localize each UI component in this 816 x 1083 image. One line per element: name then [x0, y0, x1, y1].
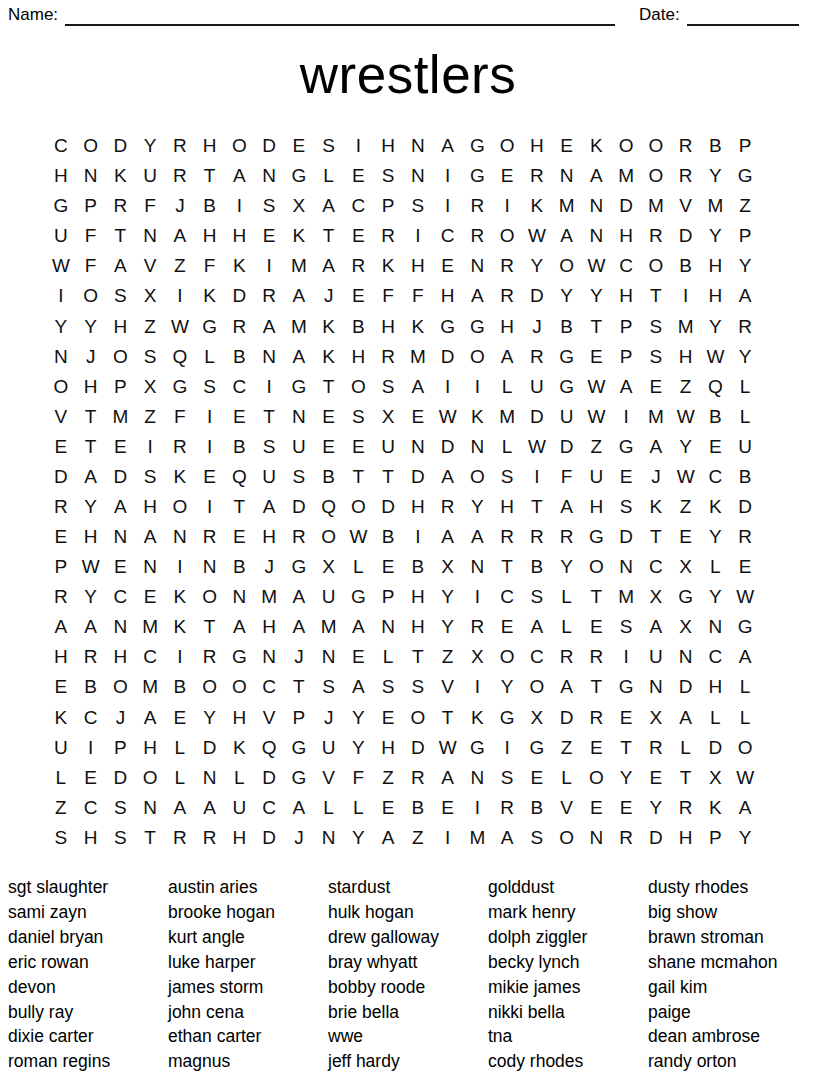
grid-cell[interactable]: Y — [701, 522, 731, 552]
grid-cell[interactable]: A — [433, 763, 463, 793]
grid-cell[interactable]: N — [135, 793, 165, 823]
grid-cell[interactable]: D — [373, 492, 403, 522]
grid-cell[interactable]: D — [106, 763, 136, 793]
grid-cell[interactable]: O — [344, 492, 374, 522]
grid-cell[interactable]: G — [611, 672, 641, 702]
grid-cell[interactable]: R — [671, 161, 701, 191]
grid-cell[interactable]: U — [135, 161, 165, 191]
grid-cell[interactable]: M — [641, 402, 671, 432]
grid-cell[interactable]: F — [552, 462, 582, 492]
grid-cell[interactable]: L — [730, 672, 760, 702]
grid-cell[interactable]: P — [701, 823, 731, 853]
grid-cell[interactable]: I — [46, 281, 76, 311]
grid-cell[interactable]: H — [373, 311, 403, 341]
grid-cell[interactable]: H — [135, 492, 165, 522]
grid-cell[interactable]: W — [433, 402, 463, 432]
grid-cell[interactable]: S — [373, 372, 403, 402]
grid-cell[interactable]: J — [284, 642, 314, 672]
grid-cell[interactable]: Z — [582, 432, 612, 462]
grid-cell[interactable]: G — [284, 763, 314, 793]
grid-cell[interactable]: Y — [76, 492, 106, 522]
grid-cell[interactable]: A — [492, 823, 522, 853]
grid-cell[interactable]: H — [106, 642, 136, 672]
grid-cell[interactable]: Y — [344, 733, 374, 763]
grid-cell[interactable]: L — [492, 372, 522, 402]
grid-cell[interactable]: L — [46, 763, 76, 793]
grid-cell[interactable]: D — [254, 823, 284, 853]
grid-cell[interactable]: L — [730, 402, 760, 432]
grid-cell[interactable]: J — [254, 552, 284, 582]
grid-cell[interactable]: A — [641, 612, 671, 642]
grid-cell[interactable]: R — [463, 191, 493, 221]
grid-cell[interactable]: G — [433, 311, 463, 341]
grid-cell[interactable]: M — [135, 672, 165, 702]
grid-cell[interactable]: W — [671, 402, 701, 432]
grid-cell[interactable]: R — [344, 251, 374, 281]
grid-cell[interactable]: C — [344, 191, 374, 221]
grid-cell[interactable]: Q — [165, 342, 195, 372]
grid-cell[interactable]: T — [641, 522, 671, 552]
grid-cell[interactable]: H — [76, 372, 106, 402]
grid-cell[interactable]: L — [730, 372, 760, 402]
grid-cell[interactable]: W — [522, 221, 552, 251]
grid-cell[interactable]: T — [254, 402, 284, 432]
grid-cell[interactable]: W — [522, 432, 552, 462]
grid-cell[interactable]: J — [314, 702, 344, 732]
grid-cell[interactable]: E — [314, 432, 344, 462]
grid-cell[interactable]: Y — [76, 582, 106, 612]
grid-cell[interactable]: C — [76, 702, 106, 732]
grid-cell[interactable]: O — [225, 131, 255, 161]
grid-cell[interactable]: A — [76, 462, 106, 492]
grid-cell[interactable]: P — [730, 221, 760, 251]
grid-cell[interactable]: N — [314, 823, 344, 853]
grid-cell[interactable]: H — [373, 131, 403, 161]
grid-cell[interactable]: A — [522, 612, 552, 642]
grid-cell[interactable]: L — [552, 612, 582, 642]
grid-cell[interactable]: B — [730, 462, 760, 492]
grid-cell[interactable]: I — [492, 191, 522, 221]
grid-cell[interactable]: D — [701, 733, 731, 763]
grid-cell[interactable]: I — [433, 823, 463, 853]
grid-cell[interactable]: G — [582, 522, 612, 552]
grid-cell[interactable]: D — [671, 672, 701, 702]
grid-cell[interactable]: H — [611, 221, 641, 251]
grid-cell[interactable]: K — [373, 251, 403, 281]
grid-cell[interactable]: E — [344, 432, 374, 462]
grid-cell[interactable]: H — [344, 342, 374, 372]
grid-cell[interactable]: D — [225, 281, 255, 311]
grid-cell[interactable]: S — [492, 763, 522, 793]
grid-cell[interactable]: T — [373, 462, 403, 492]
grid-cell[interactable]: O — [611, 131, 641, 161]
grid-cell[interactable]: N — [106, 612, 136, 642]
grid-cell[interactable]: X — [433, 552, 463, 582]
grid-cell[interactable]: I — [195, 492, 225, 522]
grid-cell[interactable]: O — [522, 672, 552, 702]
grid-cell[interactable]: P — [284, 702, 314, 732]
grid-cell[interactable]: A — [135, 702, 165, 732]
grid-cell[interactable]: H — [403, 582, 433, 612]
grid-cell[interactable]: H — [225, 221, 255, 251]
grid-cell[interactable]: K — [582, 131, 612, 161]
grid-cell[interactable]: H — [701, 281, 731, 311]
grid-cell[interactable]: K — [165, 462, 195, 492]
grid-cell[interactable]: I — [463, 582, 493, 612]
grid-cell[interactable]: U — [552, 402, 582, 432]
grid-cell[interactable]: D — [403, 462, 433, 492]
grid-cell[interactable]: N — [165, 522, 195, 552]
grid-cell[interactable]: Z — [165, 251, 195, 281]
grid-cell[interactable]: S — [344, 402, 374, 432]
grid-cell[interactable]: I — [492, 733, 522, 763]
grid-cell[interactable]: E — [106, 552, 136, 582]
grid-cell[interactable]: A — [463, 281, 493, 311]
grid-cell[interactable]: E — [373, 702, 403, 732]
grid-cell[interactable]: O — [106, 342, 136, 372]
grid-cell[interactable]: S — [46, 823, 76, 853]
grid-cell[interactable]: U — [522, 372, 552, 402]
grid-cell[interactable]: Y — [701, 221, 731, 251]
grid-cell[interactable]: G — [463, 161, 493, 191]
grid-cell[interactable]: A — [284, 342, 314, 372]
grid-cell[interactable]: F — [76, 221, 106, 251]
grid-cell[interactable]: K — [225, 251, 255, 281]
grid-cell[interactable]: A — [552, 672, 582, 702]
grid-cell[interactable]: H — [433, 281, 463, 311]
grid-cell[interactable]: V — [433, 672, 463, 702]
grid-cell[interactable]: R — [730, 311, 760, 341]
grid-cell[interactable]: I — [522, 462, 552, 492]
grid-cell[interactable]: X — [373, 402, 403, 432]
grid-cell[interactable]: X — [314, 552, 344, 582]
grid-cell[interactable]: G — [522, 733, 552, 763]
grid-cell[interactable]: G — [671, 582, 701, 612]
grid-cell[interactable]: A — [582, 161, 612, 191]
grid-cell[interactable]: V — [314, 763, 344, 793]
grid-cell[interactable]: Y — [46, 311, 76, 341]
grid-cell[interactable]: E — [344, 642, 374, 672]
grid-cell[interactable]: Y — [730, 823, 760, 853]
grid-cell[interactable]: Y — [611, 763, 641, 793]
grid-cell[interactable]: E — [671, 522, 701, 552]
grid-cell[interactable]: N — [284, 402, 314, 432]
grid-cell[interactable]: E — [611, 793, 641, 823]
grid-cell[interactable]: L — [314, 161, 344, 191]
grid-cell[interactable]: O — [492, 131, 522, 161]
grid-cell[interactable]: N — [641, 672, 671, 702]
grid-cell[interactable]: N — [314, 642, 344, 672]
grid-cell[interactable]: A — [641, 432, 671, 462]
grid-cell[interactable]: L — [701, 702, 731, 732]
grid-cell[interactable]: S — [611, 612, 641, 642]
grid-cell[interactable]: I — [611, 402, 641, 432]
grid-cell[interactable]: O — [314, 522, 344, 552]
grid-cell[interactable]: N — [195, 763, 225, 793]
grid-cell[interactable]: G — [552, 372, 582, 402]
grid-cell[interactable]: E — [373, 793, 403, 823]
grid-cell[interactable]: R — [582, 702, 612, 732]
grid-cell[interactable]: V — [254, 702, 284, 732]
grid-cell[interactable]: G — [225, 642, 255, 672]
grid-cell[interactable]: P — [106, 733, 136, 763]
grid-cell[interactable]: N — [76, 161, 106, 191]
grid-cell[interactable]: B — [403, 793, 433, 823]
grid-cell[interactable]: P — [611, 342, 641, 372]
grid-cell[interactable]: B — [225, 432, 255, 462]
grid-cell[interactable]: Y — [433, 582, 463, 612]
grid-cell[interactable]: A — [314, 191, 344, 221]
grid-cell[interactable]: T — [492, 552, 522, 582]
grid-cell[interactable]: V — [135, 251, 165, 281]
grid-cell[interactable]: A — [373, 823, 403, 853]
grid-cell[interactable]: C — [225, 372, 255, 402]
grid-cell[interactable]: K — [165, 612, 195, 642]
grid-cell[interactable]: O — [463, 462, 493, 492]
grid-cell[interactable]: H — [254, 522, 284, 552]
grid-cell[interactable]: Z — [552, 733, 582, 763]
grid-cell[interactable]: M — [492, 402, 522, 432]
grid-cell[interactable]: E — [46, 672, 76, 702]
grid-cell[interactable]: D — [195, 733, 225, 763]
grid-cell[interactable]: B — [314, 462, 344, 492]
grid-cell[interactable]: I — [671, 281, 701, 311]
grid-cell[interactable]: L — [373, 642, 403, 672]
grid-cell[interactable]: N — [463, 552, 493, 582]
grid-cell[interactable]: E — [582, 733, 612, 763]
grid-cell[interactable]: N — [225, 582, 255, 612]
grid-cell[interactable]: E — [314, 402, 344, 432]
grid-cell[interactable]: M — [611, 582, 641, 612]
grid-cell[interactable]: K — [195, 281, 225, 311]
grid-cell[interactable]: Y — [701, 582, 731, 612]
grid-cell[interactable]: R — [165, 432, 195, 462]
grid-cell[interactable]: N — [106, 522, 136, 552]
grid-cell[interactable]: R — [225, 311, 255, 341]
grid-cell[interactable]: A — [225, 161, 255, 191]
grid-cell[interactable]: R — [582, 642, 612, 672]
grid-cell[interactable]: F — [195, 251, 225, 281]
grid-cell[interactable]: H — [195, 221, 225, 251]
grid-cell[interactable]: G — [284, 161, 314, 191]
grid-cell[interactable]: H — [76, 522, 106, 552]
grid-cell[interactable]: O — [463, 342, 493, 372]
grid-cell[interactable]: I — [195, 402, 225, 432]
grid-cell[interactable]: D — [254, 763, 284, 793]
grid-cell[interactable]: K — [463, 402, 493, 432]
grid-cell[interactable]: R — [165, 161, 195, 191]
grid-cell[interactable]: B — [344, 311, 374, 341]
grid-cell[interactable]: X — [463, 642, 493, 672]
grid-cell[interactable]: A — [135, 522, 165, 552]
grid-cell[interactable]: B — [701, 131, 731, 161]
grid-cell[interactable]: C — [106, 582, 136, 612]
grid-cell[interactable]: N — [463, 763, 493, 793]
grid-cell[interactable]: P — [730, 131, 760, 161]
grid-cell[interactable]: O — [552, 823, 582, 853]
grid-cell[interactable]: E — [284, 131, 314, 161]
grid-cell[interactable]: Y — [730, 342, 760, 372]
grid-cell[interactable]: A — [225, 612, 255, 642]
grid-cell[interactable]: S — [373, 161, 403, 191]
grid-cell[interactable]: Z — [671, 372, 701, 402]
grid-cell[interactable]: P — [611, 311, 641, 341]
grid-cell[interactable]: H — [671, 342, 701, 372]
grid-cell[interactable]: T — [403, 642, 433, 672]
grid-cell[interactable]: X — [135, 372, 165, 402]
grid-cell[interactable]: H — [403, 251, 433, 281]
grid-cell[interactable]: O — [492, 221, 522, 251]
grid-cell[interactable]: H — [492, 311, 522, 341]
grid-cell[interactable]: Y — [671, 432, 701, 462]
grid-cell[interactable]: Y — [195, 702, 225, 732]
grid-cell[interactable]: H — [403, 612, 433, 642]
grid-cell[interactable]: R — [46, 582, 76, 612]
grid-cell[interactable]: A — [730, 281, 760, 311]
grid-cell[interactable]: S — [106, 281, 136, 311]
grid-cell[interactable]: F — [403, 281, 433, 311]
grid-cell[interactable]: E — [165, 702, 195, 732]
grid-cell[interactable]: Z — [135, 311, 165, 341]
grid-cell[interactable]: Z — [46, 793, 76, 823]
grid-cell[interactable]: H — [254, 612, 284, 642]
grid-cell[interactable]: L — [671, 733, 701, 763]
grid-cell[interactable]: I — [254, 251, 284, 281]
grid-cell[interactable]: L — [314, 793, 344, 823]
grid-cell[interactable]: A — [433, 462, 463, 492]
grid-cell[interactable]: R — [76, 642, 106, 672]
grid-cell[interactable]: Y — [701, 311, 731, 341]
grid-cell[interactable]: X — [641, 582, 671, 612]
grid-cell[interactable]: C — [701, 642, 731, 672]
grid-cell[interactable]: A — [433, 522, 463, 552]
grid-cell[interactable]: O — [195, 582, 225, 612]
grid-cell[interactable]: G — [463, 733, 493, 763]
grid-cell[interactable]: E — [76, 763, 106, 793]
grid-cell[interactable]: B — [165, 672, 195, 702]
grid-cell[interactable]: L — [344, 552, 374, 582]
grid-cell[interactable]: C — [46, 131, 76, 161]
grid-cell[interactable]: E — [225, 402, 255, 432]
grid-cell[interactable]: U — [314, 582, 344, 612]
grid-cell[interactable]: E — [641, 763, 671, 793]
grid-cell[interactable]: U — [730, 432, 760, 462]
grid-cell[interactable]: T — [106, 221, 136, 251]
grid-cell[interactable]: A — [165, 793, 195, 823]
grid-cell[interactable]: S — [254, 432, 284, 462]
grid-cell[interactable]: M — [284, 311, 314, 341]
grid-cell[interactable]: R — [522, 161, 552, 191]
grid-cell[interactable]: R — [730, 522, 760, 552]
grid-cell[interactable]: Y — [582, 281, 612, 311]
grid-cell[interactable]: S — [522, 582, 552, 612]
grid-cell[interactable]: E — [433, 793, 463, 823]
grid-cell[interactable]: R — [284, 522, 314, 552]
grid-cell[interactable]: H — [46, 642, 76, 672]
grid-cell[interactable]: P — [76, 191, 106, 221]
grid-cell[interactable]: E — [344, 161, 374, 191]
grid-cell[interactable]: I — [76, 733, 106, 763]
grid-cell[interactable]: K — [46, 702, 76, 732]
grid-cell[interactable]: G — [344, 582, 374, 612]
grid-cell[interactable]: J — [641, 462, 671, 492]
grid-cell[interactable]: B — [522, 793, 552, 823]
grid-cell[interactable]: H — [106, 311, 136, 341]
grid-cell[interactable]: D — [46, 462, 76, 492]
grid-cell[interactable]: L — [195, 342, 225, 372]
grid-cell[interactable]: D — [611, 522, 641, 552]
grid-cell[interactable]: K — [165, 582, 195, 612]
grid-cell[interactable]: R — [552, 642, 582, 672]
grid-cell[interactable]: F — [373, 281, 403, 311]
grid-cell[interactable]: I — [433, 191, 463, 221]
grid-cell[interactable]: C — [641, 552, 671, 582]
grid-cell[interactable]: C — [254, 793, 284, 823]
grid-cell[interactable]: A — [611, 372, 641, 402]
grid-cell[interactable]: B — [225, 342, 255, 372]
grid-cell[interactable]: I — [463, 372, 493, 402]
grid-cell[interactable]: D — [730, 492, 760, 522]
grid-cell[interactable]: E — [225, 522, 255, 552]
grid-cell[interactable]: L — [344, 793, 374, 823]
grid-cell[interactable]: L — [730, 702, 760, 732]
grid-cell[interactable]: I — [433, 372, 463, 402]
grid-cell[interactable]: G — [284, 733, 314, 763]
grid-cell[interactable]: Q — [314, 492, 344, 522]
grid-cell[interactable]: E — [403, 402, 433, 432]
grid-cell[interactable]: A — [254, 311, 284, 341]
grid-cell[interactable]: K — [701, 492, 731, 522]
grid-cell[interactable]: E — [254, 221, 284, 251]
grid-cell[interactable]: Y — [344, 702, 374, 732]
grid-cell[interactable]: B — [76, 672, 106, 702]
grid-cell[interactable]: X — [671, 612, 701, 642]
grid-cell[interactable]: W — [165, 311, 195, 341]
grid-cell[interactable]: K — [314, 311, 344, 341]
grid-cell[interactable]: L — [492, 432, 522, 462]
grid-cell[interactable]: O — [641, 131, 671, 161]
grid-cell[interactable]: Z — [403, 823, 433, 853]
grid-cell[interactable]: R — [373, 221, 403, 251]
grid-cell[interactable]: E — [373, 552, 403, 582]
grid-cell[interactable]: L — [165, 763, 195, 793]
grid-cell[interactable]: Q — [225, 462, 255, 492]
grid-cell[interactable]: N — [582, 221, 612, 251]
grid-cell[interactable]: D — [552, 702, 582, 732]
grid-cell[interactable]: A — [463, 522, 493, 552]
grid-cell[interactable]: I — [611, 642, 641, 672]
grid-cell[interactable]: R — [492, 251, 522, 281]
grid-cell[interactable]: W — [433, 733, 463, 763]
grid-cell[interactable]: E — [522, 763, 552, 793]
grid-cell[interactable]: S — [195, 372, 225, 402]
grid-cell[interactable]: R — [671, 793, 701, 823]
grid-cell[interactable]: H — [701, 672, 731, 702]
grid-cell[interactable]: M — [641, 191, 671, 221]
grid-cell[interactable]: C — [76, 793, 106, 823]
grid-cell[interactable]: B — [403, 552, 433, 582]
grid-cell[interactable]: A — [433, 131, 463, 161]
grid-cell[interactable]: B — [225, 552, 255, 582]
grid-cell[interactable]: R — [463, 221, 493, 251]
grid-cell[interactable]: I — [165, 281, 195, 311]
grid-cell[interactable]: R — [106, 191, 136, 221]
grid-cell[interactable]: D — [403, 733, 433, 763]
grid-cell[interactable]: H — [373, 733, 403, 763]
grid-cell[interactable]: R — [522, 522, 552, 552]
grid-cell[interactable]: P — [373, 191, 403, 221]
grid-cell[interactable]: X — [284, 191, 314, 221]
